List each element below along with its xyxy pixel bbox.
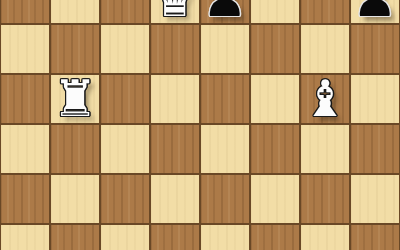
square-r4-c7[interactable] [350, 174, 400, 224]
square-r1-c1[interactable] [50, 24, 100, 74]
square-r3-c1[interactable] [50, 124, 100, 174]
square-r2-c2[interactable] [100, 74, 150, 124]
square-r4-c5[interactable] [250, 174, 300, 224]
square-r3-c7[interactable] [350, 124, 400, 174]
white-bishop[interactable]: ♝ [300, 74, 350, 124]
square-r4-c0[interactable] [0, 174, 50, 224]
square-r0-c5[interactable] [250, 0, 300, 24]
square-r3-c0[interactable] [0, 124, 50, 174]
square-r5-c6[interactable] [300, 224, 350, 250]
square-r3-c5[interactable] [250, 124, 300, 174]
chess-board-screenshot: ♛♟♟♜♝ [0, 0, 400, 250]
square-r2-c5[interactable] [250, 74, 300, 124]
white-rook[interactable]: ♜ [50, 74, 100, 124]
square-r2-c6[interactable]: ♝ [300, 74, 350, 124]
square-r0-c4[interactable]: ♟ [200, 0, 250, 24]
square-r0-c0[interactable] [0, 0, 50, 24]
square-r5-c0[interactable] [0, 224, 50, 250]
square-r2-c3[interactable] [150, 74, 200, 124]
square-r0-c1[interactable] [50, 0, 100, 24]
square-r1-c4[interactable] [200, 24, 250, 74]
square-r5-c5[interactable] [250, 224, 300, 250]
square-r5-c4[interactable] [200, 224, 250, 250]
black-pawn[interactable]: ♟ [200, 0, 250, 24]
square-r2-c0[interactable] [0, 74, 50, 124]
square-r4-c2[interactable] [100, 174, 150, 224]
square-r5-c2[interactable] [100, 224, 150, 250]
square-r3-c6[interactable] [300, 124, 350, 174]
white-queen[interactable]: ♛ [150, 0, 200, 24]
square-r5-c7[interactable] [350, 224, 400, 250]
square-r5-c3[interactable] [150, 224, 200, 250]
square-r4-c6[interactable] [300, 174, 350, 224]
square-r4-c1[interactable] [50, 174, 100, 224]
black-pawn[interactable]: ♟ [350, 0, 400, 24]
square-r1-c6[interactable] [300, 24, 350, 74]
square-r0-c6[interactable] [300, 0, 350, 24]
square-r0-c7[interactable]: ♟ [350, 0, 400, 24]
square-r0-c3[interactable]: ♛ [150, 0, 200, 24]
square-r4-c4[interactable] [200, 174, 250, 224]
square-r2-c7[interactable] [350, 74, 400, 124]
square-r1-c0[interactable] [0, 24, 50, 74]
square-r1-c3[interactable] [150, 24, 200, 74]
chess-board: ♛♟♟♜♝ [0, 0, 400, 250]
square-r2-c1[interactable]: ♜ [50, 74, 100, 124]
square-r5-c1[interactable] [50, 224, 100, 250]
square-r2-c4[interactable] [200, 74, 250, 124]
square-r0-c2[interactable] [100, 0, 150, 24]
square-r1-c2[interactable] [100, 24, 150, 74]
square-r4-c3[interactable] [150, 174, 200, 224]
square-r3-c2[interactable] [100, 124, 150, 174]
square-r3-c4[interactable] [200, 124, 250, 174]
square-r3-c3[interactable] [150, 124, 200, 174]
square-r1-c7[interactable] [350, 24, 400, 74]
square-r1-c5[interactable] [250, 24, 300, 74]
